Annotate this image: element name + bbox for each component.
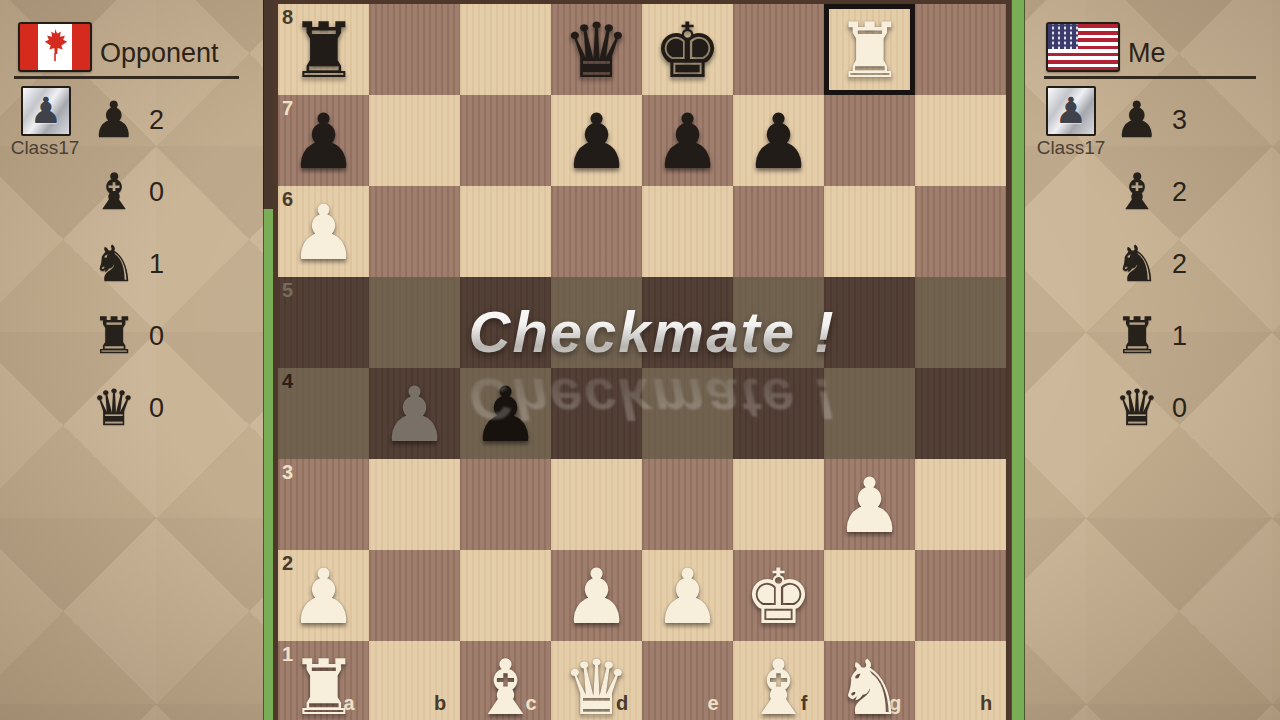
- me-class-label: Class17: [1028, 137, 1114, 159]
- piece-black-pawn-e7[interactable]: ♟: [642, 95, 733, 186]
- captured-row-pawn: ♟ 3: [1108, 84, 1187, 156]
- me-name: Me: [1128, 38, 1166, 69]
- piece-white-rook-g8[interactable]: ♜: [824, 4, 915, 95]
- piece-white-pawn-d2[interactable]: ♟: [551, 550, 642, 641]
- square-b3[interactable]: [369, 459, 460, 550]
- square-f3[interactable]: [733, 459, 824, 550]
- captured-row-pawn: ♟ 2: [85, 84, 164, 156]
- square-e6[interactable]: [642, 186, 733, 277]
- captured-pawn-count: 3: [1172, 105, 1187, 136]
- square-f8[interactable]: [733, 4, 824, 95]
- square-h2[interactable]: [915, 550, 1006, 641]
- pawn-icon: ♟: [1108, 91, 1166, 149]
- piece-black-queen-d8[interactable]: ♛: [551, 4, 642, 95]
- square-h8[interactable]: [915, 4, 1006, 95]
- me-captures: ♟ 3 ♝ 2 ♞ 2 ♜ 1 ♛ 0: [1108, 84, 1187, 444]
- piece-black-pawn-a7[interactable]: ♟: [278, 95, 369, 186]
- bishop-icon: ♝: [1108, 163, 1166, 221]
- rank-label-3: 3: [282, 461, 293, 484]
- piece-white-bishop-c1[interactable]: ♝: [460, 641, 551, 720]
- opponent-name: Opponent: [100, 38, 219, 69]
- piece-black-king-e8[interactable]: ♚: [642, 4, 733, 95]
- file-label-b: b: [427, 692, 453, 715]
- square-d3[interactable]: [551, 459, 642, 550]
- square-c3[interactable]: [460, 459, 551, 550]
- captured-queen-count: 0: [1172, 393, 1187, 424]
- piece-white-pawn-a2[interactable]: ♟: [278, 550, 369, 641]
- square-b2[interactable]: [369, 550, 460, 641]
- captured-bishop-count: 2: [1172, 177, 1187, 208]
- square-e3[interactable]: [642, 459, 733, 550]
- pawn-avatar-icon: ♟: [1055, 93, 1087, 129]
- knight-icon: ♞: [1108, 235, 1166, 293]
- captured-row-rook: ♜ 0: [85, 300, 164, 372]
- piece-black-pawn-f7[interactable]: ♟: [733, 95, 824, 186]
- piece-white-king-f2[interactable]: ♚: [733, 550, 824, 641]
- usa-flag-icon: [1046, 22, 1120, 72]
- square-h6[interactable]: [915, 186, 1006, 277]
- me-time-bar: [1011, 0, 1025, 720]
- knight-icon: ♞: [85, 235, 143, 293]
- opponent-divider: [14, 76, 239, 79]
- piece-black-pawn-d7[interactable]: ♟: [551, 95, 642, 186]
- captured-row-bishop: ♝ 0: [85, 156, 164, 228]
- square-g7[interactable]: [824, 95, 915, 186]
- square-c7[interactable]: [460, 95, 551, 186]
- piece-white-pawn-e2[interactable]: ♟: [642, 550, 733, 641]
- file-label-e: e: [700, 692, 726, 715]
- chess-board[interactable]: 87654321♜♛♚♜♟♟♟♟♟♟♟♟♟♟♟♚♜♝♛♝♞ Checkmate …: [273, 0, 1011, 720]
- captured-row-queen: ♛ 0: [1108, 372, 1187, 444]
- usa-flag-canton: [1048, 24, 1078, 49]
- square-c6[interactable]: [460, 186, 551, 277]
- checkmate-banner: Checkmate !: [302, 298, 1002, 365]
- me-divider: [1044, 76, 1256, 79]
- checkmate-banner-reflection: Checkmate !: [302, 366, 1002, 433]
- square-h3[interactable]: [915, 459, 1006, 550]
- captured-queen-count: 0: [149, 393, 164, 424]
- bishop-icon: ♝: [85, 163, 143, 221]
- captured-pawn-count: 2: [149, 105, 164, 136]
- file-label-h: h: [973, 692, 999, 715]
- captured-row-knight: ♞ 2: [1108, 228, 1187, 300]
- rook-icon: ♜: [85, 307, 143, 365]
- square-b8[interactable]: [369, 4, 460, 95]
- chess-app-screen: Opponent ♟ Class17 ♟ 2 ♝ 0 ♞ 1 ♜ 0: [0, 0, 1280, 720]
- square-g2[interactable]: [824, 550, 915, 641]
- captured-rook-count: 0: [149, 321, 164, 352]
- queen-icon: ♛: [1108, 379, 1166, 437]
- captured-knight-count: 1: [149, 249, 164, 280]
- queen-icon: ♛: [85, 379, 143, 437]
- piece-white-bishop-f1[interactable]: ♝: [733, 641, 824, 720]
- square-h7[interactable]: [915, 95, 1006, 186]
- square-g6[interactable]: [824, 186, 915, 277]
- square-b6[interactable]: [369, 186, 460, 277]
- piece-white-pawn-g3[interactable]: ♟: [824, 459, 915, 550]
- square-a3[interactable]: 3: [278, 459, 369, 550]
- piece-white-rook-a1[interactable]: ♜: [278, 641, 369, 720]
- pawn-icon: ♟: [85, 91, 143, 149]
- opponent-class-label: Class17: [2, 137, 88, 159]
- captured-rook-count: 1: [1172, 321, 1187, 352]
- opponent-captures: ♟ 2 ♝ 0 ♞ 1 ♜ 0 ♛ 0: [85, 84, 164, 444]
- captured-knight-count: 2: [1172, 249, 1187, 280]
- canada-flag-icon: [18, 22, 92, 72]
- me-avatar: ♟: [1046, 86, 1096, 136]
- captured-row-queen: ♛ 0: [85, 372, 164, 444]
- square-c8[interactable]: [460, 4, 551, 95]
- square-c2[interactable]: [460, 550, 551, 641]
- square-d6[interactable]: [551, 186, 642, 277]
- maple-leaf-icon: [37, 28, 73, 66]
- opponent-avatar: ♟: [21, 86, 71, 136]
- piece-black-rook-a8[interactable]: ♜: [278, 4, 369, 95]
- captured-row-knight: ♞ 1: [85, 228, 164, 300]
- captured-row-rook: ♜ 1: [1108, 300, 1187, 372]
- piece-white-pawn-a6[interactable]: ♟: [278, 186, 369, 277]
- piece-white-knight-g1[interactable]: ♞: [824, 641, 915, 720]
- rook-icon: ♜: [1108, 307, 1166, 365]
- square-b7[interactable]: [369, 95, 460, 186]
- piece-white-queen-d1[interactable]: ♛: [551, 641, 642, 720]
- pawn-avatar-icon: ♟: [30, 93, 62, 129]
- square-f6[interactable]: [733, 186, 824, 277]
- captured-bishop-count: 0: [149, 177, 164, 208]
- captured-row-bishop: ♝ 2: [1108, 156, 1187, 228]
